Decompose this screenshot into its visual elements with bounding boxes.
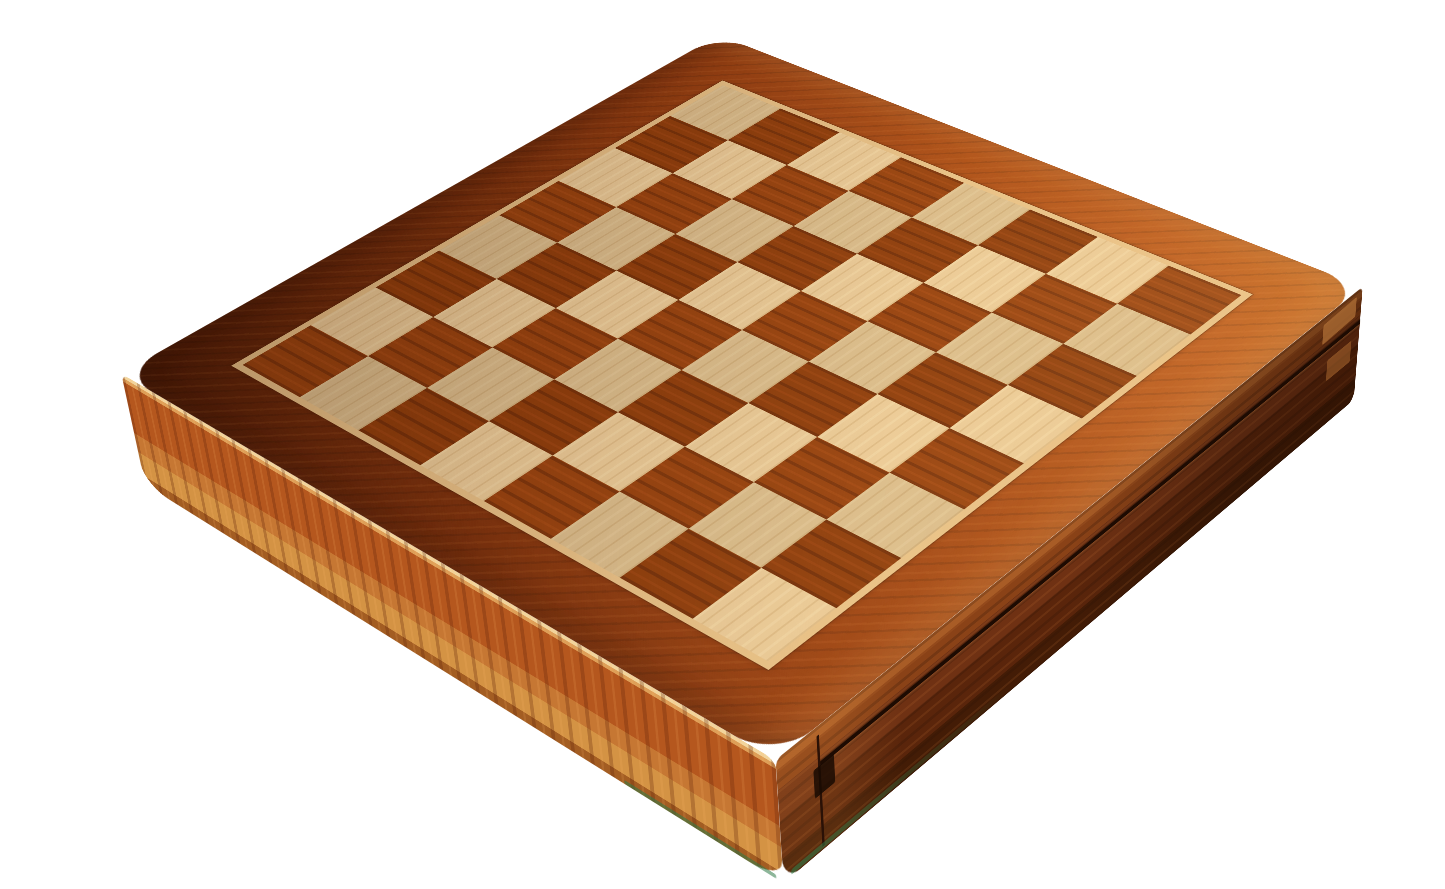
- square-b3: [619, 446, 754, 528]
- square-e3: [808, 321, 935, 394]
- square-a5: [420, 421, 552, 501]
- square-a1: [692, 568, 836, 661]
- square-f1: [1007, 344, 1137, 419]
- square-c1: [826, 473, 964, 558]
- square-c5: [554, 339, 681, 412]
- square-a6: [359, 388, 489, 465]
- square-c4: [618, 370, 748, 446]
- square-d1: [889, 428, 1024, 510]
- square-b4: [552, 412, 684, 491]
- square-g1: [1063, 304, 1190, 376]
- square-a4: [484, 456, 619, 539]
- felt-base-edge-left: [624, 780, 776, 879]
- product-photo: [0, 0, 1445, 889]
- box-top-face: [121, 35, 1362, 760]
- square-e2: [877, 353, 1007, 428]
- square-a7: [299, 356, 426, 430]
- square-b1: [761, 519, 902, 608]
- square-f2: [936, 313, 1063, 385]
- photo-stage: [0, 0, 1445, 889]
- square-b6: [427, 347, 554, 421]
- square-c3: [685, 403, 817, 482]
- square-a2: [620, 529, 761, 619]
- square-d2: [817, 394, 949, 473]
- square-d4: [681, 330, 808, 403]
- square-b2: [688, 482, 826, 568]
- square-c2: [754, 437, 889, 519]
- square-b5: [488, 379, 618, 456]
- square-e1: [949, 385, 1081, 463]
- square-d3: [748, 361, 878, 437]
- square-a3: [550, 492, 688, 578]
- chess-board-box: [121, 35, 1362, 760]
